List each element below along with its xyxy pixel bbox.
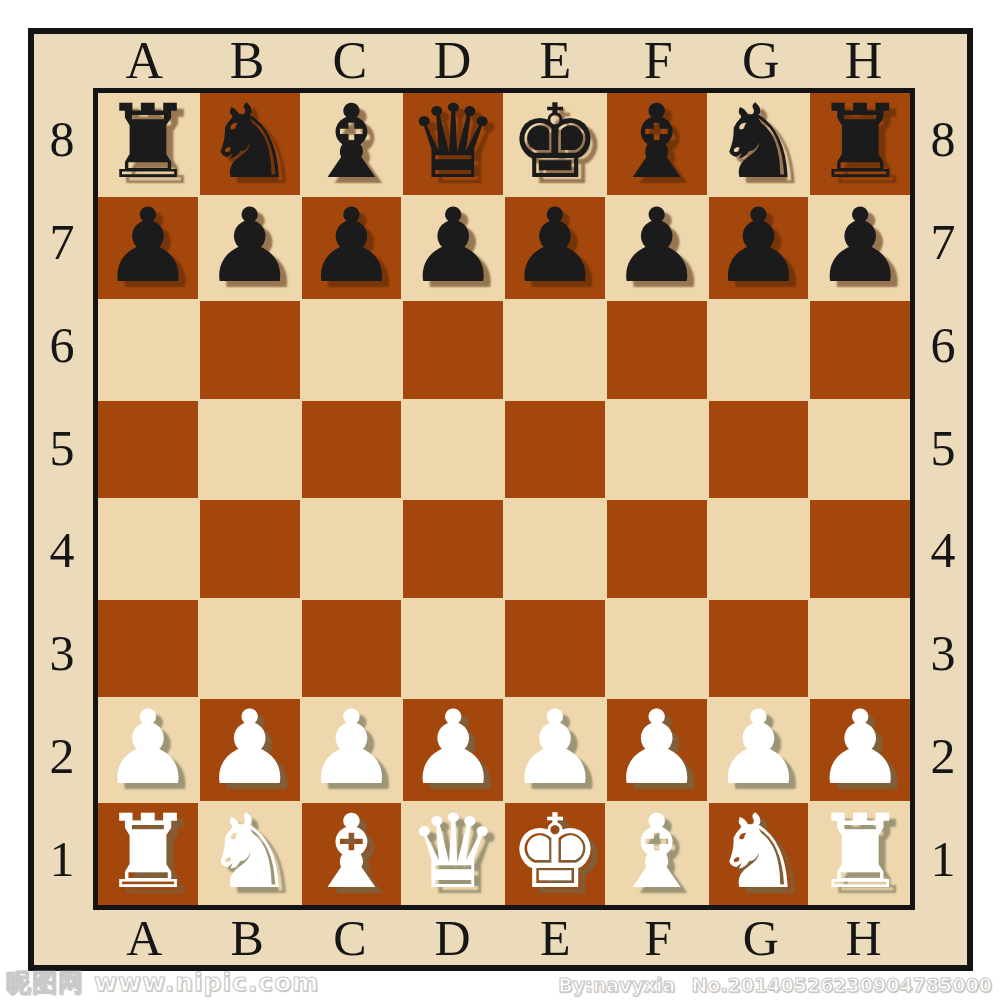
file-label-h: H bbox=[812, 33, 915, 88]
file-label-b: B bbox=[196, 33, 299, 88]
rank-label-3: 3 bbox=[916, 602, 970, 705]
black-knight: ♞ bbox=[204, 91, 295, 193]
square-a8[interactable]: ♜ bbox=[98, 93, 198, 195]
rank-labels-right: 87654321 bbox=[916, 88, 970, 910]
black-pawn: ♟ bbox=[814, 195, 905, 297]
white-knight: ♞ bbox=[713, 801, 804, 903]
square-g2[interactable]: ♟ bbox=[709, 699, 809, 801]
black-pawn: ♟ bbox=[509, 195, 600, 297]
file-label-c: C bbox=[299, 911, 402, 964]
square-h2[interactable]: ♟ bbox=[810, 699, 910, 801]
file-label-f: F bbox=[607, 911, 710, 964]
square-c2[interactable]: ♟ bbox=[302, 699, 402, 801]
file-label-e: E bbox=[504, 33, 607, 88]
chess-diagram: ABCDEFGH ABCDEFGH 87654321 87654321 ♜♞♝♛… bbox=[0, 0, 1000, 1000]
square-e7[interactable]: ♟ bbox=[505, 197, 605, 299]
square-b6[interactable] bbox=[200, 301, 300, 399]
black-pawn: ♟ bbox=[407, 195, 498, 297]
square-d3[interactable] bbox=[403, 600, 503, 698]
square-a5[interactable] bbox=[98, 401, 198, 499]
white-rook: ♜ bbox=[102, 801, 193, 903]
square-f7[interactable]: ♟ bbox=[607, 197, 707, 299]
square-h1[interactable]: ♜ bbox=[810, 803, 910, 905]
white-king: ♚ bbox=[509, 801, 600, 903]
file-label-a: A bbox=[93, 33, 196, 88]
file-label-e: E bbox=[504, 911, 607, 964]
rank-label-7: 7 bbox=[916, 191, 970, 294]
square-b4[interactable] bbox=[200, 500, 300, 598]
white-rook: ♜ bbox=[814, 801, 905, 903]
black-queen: ♛ bbox=[407, 91, 498, 193]
square-g3[interactable] bbox=[709, 600, 809, 698]
square-a7[interactable]: ♟ bbox=[98, 197, 198, 299]
square-f3[interactable] bbox=[607, 600, 707, 698]
square-d5[interactable] bbox=[403, 401, 503, 499]
square-g5[interactable] bbox=[709, 401, 809, 499]
white-pawn: ♟ bbox=[204, 697, 295, 799]
white-pawn: ♟ bbox=[611, 697, 702, 799]
square-c1[interactable]: ♝ bbox=[302, 803, 402, 905]
square-e3[interactable] bbox=[505, 600, 605, 698]
rank-labels-left: 87654321 bbox=[32, 88, 92, 910]
rank-label-4: 4 bbox=[916, 499, 970, 602]
black-rook: ♜ bbox=[102, 91, 193, 193]
file-label-g: G bbox=[710, 911, 813, 964]
chess-board: ♜♞♝♛♚♝♞♜♟♟♟♟♟♟♟♟♟♟♟♟♟♟♟♟♜♞♝♛♚♝♞♜ bbox=[93, 88, 915, 910]
rank-label-7: 7 bbox=[32, 191, 92, 294]
nipic-watermark: 昵图网www.nipic.com bbox=[6, 966, 319, 999]
black-bishop: ♝ bbox=[611, 91, 702, 193]
square-a2[interactable]: ♟ bbox=[98, 699, 198, 801]
black-bishop: ♝ bbox=[306, 91, 397, 193]
square-a4[interactable] bbox=[98, 500, 198, 598]
square-b2[interactable]: ♟ bbox=[200, 699, 300, 801]
square-f8[interactable]: ♝ bbox=[607, 93, 707, 195]
white-bishop: ♝ bbox=[306, 801, 397, 903]
square-d7[interactable]: ♟ bbox=[403, 197, 503, 299]
black-knight: ♞ bbox=[713, 91, 804, 193]
square-h7[interactable]: ♟ bbox=[810, 197, 910, 299]
square-b5[interactable] bbox=[200, 401, 300, 499]
square-e5[interactable] bbox=[505, 401, 605, 499]
square-g1[interactable]: ♞ bbox=[709, 803, 809, 905]
black-pawn: ♟ bbox=[306, 195, 397, 297]
black-king: ♚ bbox=[509, 91, 600, 193]
square-f6[interactable] bbox=[607, 301, 707, 399]
square-d6[interactable] bbox=[403, 301, 503, 399]
file-label-b: B bbox=[196, 911, 299, 964]
credit-watermark: By:navyxiaNo.20140526230904785000 bbox=[558, 974, 992, 996]
square-g7[interactable]: ♟ bbox=[709, 197, 809, 299]
square-g6[interactable] bbox=[709, 301, 809, 399]
file-label-c: C bbox=[299, 33, 402, 88]
square-f2[interactable]: ♟ bbox=[607, 699, 707, 801]
file-labels-top: ABCDEFGH bbox=[93, 33, 915, 88]
square-a1[interactable]: ♜ bbox=[98, 803, 198, 905]
rank-label-6: 6 bbox=[32, 294, 92, 397]
rank-label-1: 1 bbox=[32, 807, 92, 910]
square-e6[interactable] bbox=[505, 301, 605, 399]
credit-author: By:navyxia bbox=[558, 974, 675, 996]
square-f5[interactable] bbox=[607, 401, 707, 499]
black-pawn: ♟ bbox=[611, 195, 702, 297]
square-d4[interactable] bbox=[403, 500, 503, 598]
square-c8[interactable]: ♝ bbox=[302, 93, 402, 195]
square-e2[interactable]: ♟ bbox=[505, 699, 605, 801]
nipic-site-url: www.nipic.com bbox=[94, 968, 319, 997]
square-d1[interactable]: ♛ bbox=[403, 803, 503, 905]
square-h3[interactable] bbox=[810, 600, 910, 698]
square-b1[interactable]: ♞ bbox=[200, 803, 300, 905]
white-pawn: ♟ bbox=[407, 697, 498, 799]
square-g4[interactable] bbox=[709, 500, 809, 598]
white-pawn: ♟ bbox=[306, 697, 397, 799]
rank-label-8: 8 bbox=[916, 88, 970, 191]
square-f4[interactable] bbox=[607, 500, 707, 598]
black-rook: ♜ bbox=[814, 91, 905, 193]
nipic-logo: 昵图网 bbox=[6, 968, 84, 997]
white-bishop: ♝ bbox=[611, 801, 702, 903]
white-pawn: ♟ bbox=[713, 697, 804, 799]
square-h5[interactable] bbox=[810, 401, 910, 499]
file-label-h: H bbox=[812, 911, 915, 964]
square-a3[interactable] bbox=[98, 600, 198, 698]
rank-label-6: 6 bbox=[916, 294, 970, 397]
square-b3[interactable] bbox=[200, 600, 300, 698]
file-label-f: F bbox=[607, 33, 710, 88]
square-b8[interactable]: ♞ bbox=[200, 93, 300, 195]
credit-number: No.20140526230904785000 bbox=[691, 974, 992, 996]
file-labels-bottom: ABCDEFGH bbox=[93, 911, 915, 964]
rank-label-4: 4 bbox=[32, 499, 92, 602]
white-queen: ♛ bbox=[407, 801, 498, 903]
rank-label-2: 2 bbox=[32, 705, 92, 808]
square-e4[interactable] bbox=[505, 500, 605, 598]
white-pawn: ♟ bbox=[509, 697, 600, 799]
file-label-g: G bbox=[710, 33, 813, 88]
square-h6[interactable] bbox=[810, 301, 910, 399]
square-g8[interactable]: ♞ bbox=[709, 93, 809, 195]
square-f1[interactable]: ♝ bbox=[607, 803, 707, 905]
square-h8[interactable]: ♜ bbox=[810, 93, 910, 195]
square-c6[interactable] bbox=[302, 301, 402, 399]
rank-label-1: 1 bbox=[916, 807, 970, 910]
rank-label-8: 8 bbox=[32, 88, 92, 191]
file-label-d: D bbox=[401, 911, 504, 964]
square-c5[interactable] bbox=[302, 401, 402, 499]
square-d2[interactable]: ♟ bbox=[403, 699, 503, 801]
square-d8[interactable]: ♛ bbox=[403, 93, 503, 195]
square-a6[interactable] bbox=[98, 301, 198, 399]
rank-label-2: 2 bbox=[916, 705, 970, 808]
white-knight: ♞ bbox=[204, 801, 295, 903]
black-pawn: ♟ bbox=[102, 195, 193, 297]
square-c3[interactable] bbox=[302, 600, 402, 698]
white-pawn: ♟ bbox=[102, 697, 193, 799]
square-e1[interactable]: ♚ bbox=[505, 803, 605, 905]
square-c4[interactable] bbox=[302, 500, 402, 598]
file-label-a: A bbox=[93, 911, 196, 964]
square-c7[interactable]: ♟ bbox=[302, 197, 402, 299]
rank-label-5: 5 bbox=[32, 396, 92, 499]
file-label-d: D bbox=[401, 33, 504, 88]
rank-label-3: 3 bbox=[32, 602, 92, 705]
square-h4[interactable] bbox=[810, 500, 910, 598]
black-pawn: ♟ bbox=[713, 195, 804, 297]
white-pawn: ♟ bbox=[814, 697, 905, 799]
square-e8[interactable]: ♚ bbox=[505, 93, 605, 195]
black-pawn: ♟ bbox=[204, 195, 295, 297]
rank-label-5: 5 bbox=[916, 396, 970, 499]
square-b7[interactable]: ♟ bbox=[200, 197, 300, 299]
